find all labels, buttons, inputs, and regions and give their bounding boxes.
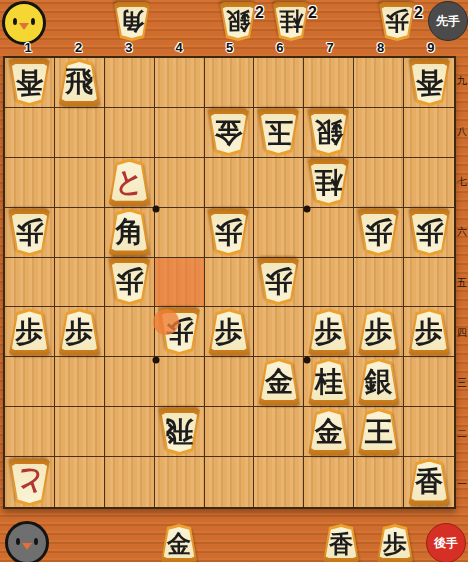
board-square-6九[interactable] [254, 58, 304, 108]
board-square-2八[interactable] [55, 108, 105, 158]
piece-glyph: 角 [107, 209, 152, 256]
piece-glyph: と [7, 459, 52, 506]
piece-glyph: 歩 [256, 258, 301, 305]
piece-glyph: 玉 [256, 109, 301, 156]
board-square-2一[interactable] [55, 457, 105, 507]
piece-glyph: 香 [407, 459, 452, 506]
piece-gote-歩[interactable]: 歩 [7, 308, 52, 355]
board-square-3五[interactable]: 歩 [105, 258, 155, 308]
board-square-5七[interactable] [205, 158, 255, 208]
rank-label-二: 二 [456, 427, 468, 441]
piece-glyph: 金 [159, 524, 199, 562]
board-square-6三[interactable]: 金 [254, 357, 304, 407]
piece-glyph: 歩 [57, 308, 102, 355]
piece-sente-歩[interactable]: 歩 [107, 258, 152, 305]
file-label-5: 5 [220, 40, 240, 55]
board-square-9二[interactable] [404, 407, 454, 457]
file-label-6: 6 [270, 40, 290, 55]
piece-glyph: 歩 [7, 209, 52, 256]
rank-label-一: 一 [456, 477, 468, 491]
piece-glyph: 歩 [306, 308, 351, 355]
piece-gote-角[interactable]: 角 [107, 209, 152, 256]
last-move-marker [153, 309, 179, 335]
piece-glyph: 香 [407, 59, 452, 106]
file-label-3: 3 [119, 40, 139, 55]
board-square-7三[interactable]: 桂 [304, 357, 354, 407]
board-square-6六[interactable] [254, 208, 304, 258]
piece-glyph: 角 [112, 2, 152, 41]
board-square-5四[interactable]: 歩 [205, 307, 255, 357]
board-square-6八[interactable]: 玉 [254, 108, 304, 158]
piece-glyph: 銀 [306, 109, 351, 156]
board-square-8八[interactable] [354, 108, 404, 158]
piece-sente-桂[interactable]: 桂 [271, 2, 311, 41]
board-square-1五[interactable] [5, 258, 55, 308]
board-square-3八[interactable] [105, 108, 155, 158]
board-square-4八[interactable] [155, 108, 205, 158]
board-square-2二[interactable] [55, 407, 105, 457]
board-square-5六[interactable]: 歩 [205, 208, 255, 258]
piece-gote-王[interactable]: 王 [356, 408, 401, 455]
piece-glyph: 歩 [206, 209, 251, 256]
bottom-player-avatar-chick-icon[interactable] [5, 521, 49, 562]
star-point [304, 206, 311, 213]
board-square-7一[interactable] [304, 457, 354, 507]
piece-glyph: 飛 [157, 408, 202, 455]
board-square-8六[interactable]: 歩 [354, 208, 404, 258]
avatar-eye-icon [34, 538, 38, 545]
piece-gote-金[interactable]: 金 [159, 524, 199, 562]
piece-gote-歩[interactable]: 歩 [57, 308, 102, 355]
piece-glyph: 香 [321, 524, 361, 562]
piece-glyph: 金 [206, 109, 251, 156]
piece-glyph: 歩 [7, 308, 52, 355]
piece-gote-歩[interactable]: 歩 [407, 308, 452, 355]
piece-sente-歩[interactable]: 歩 [356, 209, 401, 256]
board-square-2九[interactable]: 飛 [55, 58, 105, 108]
avatar-beak-icon [22, 543, 32, 550]
board-square-7九[interactable] [304, 58, 354, 108]
avatar-eye-icon [31, 18, 35, 25]
sente-badge: 先手 [428, 1, 468, 41]
piece-gote-歩[interactable]: 歩 [306, 308, 351, 355]
file-label-2: 2 [69, 40, 89, 55]
board-square-1六[interactable]: 歩 [5, 208, 55, 258]
star-point [153, 206, 160, 213]
board-square-2七[interactable] [55, 158, 105, 208]
piece-glyph: 香 [7, 59, 52, 106]
hand-piece-count: 2 [255, 4, 264, 22]
board-square-6四[interactable] [254, 307, 304, 357]
piece-gote-銀[interactable]: 銀 [356, 358, 401, 405]
piece-glyph: 歩 [407, 209, 452, 256]
board-square-5八[interactable]: 金 [205, 108, 255, 158]
piece-sente-香[interactable]: 香 [407, 59, 452, 106]
shogi-board: 香飛香金玉銀と桂歩角歩歩歩歩歩歩歩歩歩歩歩歩金桂銀飛金王と香 [3, 56, 456, 509]
board-square-9六[interactable]: 歩 [404, 208, 454, 258]
board-square-5二[interactable] [205, 407, 255, 457]
board-square-2三[interactable] [55, 357, 105, 407]
piece-sente-飛[interactable]: 飛 [157, 408, 202, 455]
board-square-9九[interactable]: 香 [404, 58, 454, 108]
piece-glyph: 王 [356, 408, 401, 455]
board-square-4三[interactable] [155, 357, 205, 407]
rank-label-七: 七 [456, 175, 468, 189]
piece-sente-歩[interactable]: 歩 [407, 209, 452, 256]
piece-sente-玉[interactable]: 玉 [256, 109, 301, 156]
piece-sente-歩[interactable]: 歩 [7, 209, 52, 256]
piece-glyph: 歩 [356, 308, 401, 355]
piece-gote-歩[interactable]: 歩 [206, 308, 251, 355]
board-square-1七[interactable] [5, 158, 55, 208]
board-square-5一[interactable] [205, 457, 255, 507]
piece-glyph: 金 [306, 408, 351, 455]
board-square-7七[interactable]: 桂 [304, 158, 354, 208]
piece-gote-歩[interactable]: 歩 [375, 524, 415, 562]
board-square-2五[interactable] [55, 258, 105, 308]
piece-sente-と[interactable]: と [7, 459, 52, 506]
board-square-1四[interactable]: 歩 [5, 307, 55, 357]
piece-glyph: 金 [256, 358, 301, 405]
board-square-3一[interactable] [105, 457, 155, 507]
board-square-6七[interactable] [254, 158, 304, 208]
board-square-3六[interactable]: 角 [105, 208, 155, 258]
board-square-4一[interactable] [155, 457, 205, 507]
board-square-1三[interactable] [5, 357, 55, 407]
board-square-8七[interactable] [354, 158, 404, 208]
piece-sente-香[interactable]: 香 [7, 59, 52, 106]
piece-gote-香[interactable]: 香 [407, 459, 452, 506]
board-square-1一[interactable]: と [5, 457, 55, 507]
rank-label-四: 四 [456, 326, 468, 340]
board-square-4二[interactable]: 飛 [155, 407, 205, 457]
board-square-5五[interactable] [205, 258, 255, 308]
board-square-3九[interactable] [105, 58, 155, 108]
piece-glyph: 桂 [306, 159, 351, 206]
board-square-3二[interactable] [105, 407, 155, 457]
board-square-1八[interactable] [5, 108, 55, 158]
file-label-8: 8 [371, 40, 391, 55]
piece-glyph: 歩 [356, 209, 401, 256]
file-label-1: 1 [18, 40, 38, 55]
piece-gote-金[interactable]: 金 [306, 408, 351, 455]
shogi-app-screen: 角銀2桂2歩2 先手 123456789 香飛香金玉銀と桂歩角歩歩歩歩歩歩歩歩歩… [0, 0, 468, 562]
piece-glyph: 歩 [206, 308, 251, 355]
board-square-8一[interactable] [354, 457, 404, 507]
board-square-5三[interactable] [205, 357, 255, 407]
avatar-eye-icon [13, 18, 17, 25]
piece-sente-銀[interactable]: 銀 [306, 109, 351, 156]
board-square-9八[interactable] [404, 108, 454, 158]
board-square-3七[interactable]: と [105, 158, 155, 208]
board-square-3四[interactable] [105, 307, 155, 357]
piece-glyph: 銀 [218, 2, 258, 41]
piece-gote-飛[interactable]: 飛 [57, 59, 102, 106]
piece-glyph: 歩 [107, 258, 152, 305]
piece-sente-銀[interactable]: 銀 [218, 2, 258, 41]
avatar-beak-icon [19, 23, 29, 30]
board-square-7二[interactable]: 金 [304, 407, 354, 457]
piece-glyph: 歩 [407, 308, 452, 355]
piece-sente-歩[interactable]: 歩 [377, 2, 417, 41]
piece-gote-歩[interactable]: 歩 [356, 308, 401, 355]
file-label-9: 9 [421, 40, 441, 55]
piece-gote-香[interactable]: 香 [321, 524, 361, 562]
piece-glyph: 桂 [306, 358, 351, 405]
board-square-4七[interactable] [155, 158, 205, 208]
board-square-8四[interactable]: 歩 [354, 307, 404, 357]
gote-badge: 後手 [426, 523, 466, 562]
piece-glyph: 飛 [57, 59, 102, 106]
file-label-4: 4 [169, 40, 189, 55]
board-square-1九[interactable]: 香 [5, 58, 55, 108]
piece-glyph: と [107, 159, 152, 206]
board-square-7六[interactable] [304, 208, 354, 258]
board-square-4五[interactable] [155, 258, 205, 308]
board-square-8二[interactable]: 王 [354, 407, 404, 457]
file-label-7: 7 [320, 40, 340, 55]
board-square-9七[interactable] [404, 158, 454, 208]
piece-sente-金[interactable]: 金 [206, 109, 251, 156]
rank-label-六: 六 [456, 225, 468, 239]
star-point [153, 357, 160, 364]
piece-glyph: 桂 [271, 2, 311, 41]
board-square-4六[interactable] [155, 208, 205, 258]
board-square-7五[interactable] [304, 258, 354, 308]
piece-sente-角[interactable]: 角 [112, 2, 152, 41]
board-square-9三[interactable] [404, 357, 454, 407]
board-square-6五[interactable]: 歩 [254, 258, 304, 308]
rank-label-九: 九 [456, 74, 468, 88]
hand-piece-count: 2 [308, 4, 317, 22]
board-square-8九[interactable] [354, 58, 404, 108]
board-square-1二[interactable] [5, 407, 55, 457]
board-square-5九[interactable] [205, 58, 255, 108]
board-square-6二[interactable] [254, 407, 304, 457]
hand-piece-count: 2 [414, 4, 423, 22]
board-square-8五[interactable] [354, 258, 404, 308]
top-player-avatar-chick-icon[interactable] [2, 1, 46, 45]
board-square-8三[interactable]: 銀 [354, 357, 404, 407]
board-square-3三[interactable] [105, 357, 155, 407]
piece-gote-と[interactable]: と [107, 159, 152, 206]
avatar-eye-icon [16, 538, 20, 545]
rank-label-三: 三 [456, 376, 468, 390]
piece-sente-桂[interactable]: 桂 [306, 159, 351, 206]
board-square-9五[interactable] [404, 258, 454, 308]
board-square-7八[interactable]: 銀 [304, 108, 354, 158]
piece-gote-金[interactable]: 金 [256, 358, 301, 405]
board-square-6一[interactable] [254, 457, 304, 507]
board-square-9四[interactable]: 歩 [404, 307, 454, 357]
piece-sente-歩[interactable]: 歩 [206, 209, 251, 256]
piece-sente-歩[interactable]: 歩 [256, 258, 301, 305]
board-square-9一[interactable]: 香 [404, 457, 454, 507]
piece-glyph: 歩 [375, 524, 415, 562]
piece-glyph: 歩 [377, 2, 417, 41]
board-square-7四[interactable]: 歩 [304, 307, 354, 357]
piece-glyph: 銀 [356, 358, 401, 405]
board-square-2四[interactable]: 歩 [55, 307, 105, 357]
piece-gote-桂[interactable]: 桂 [306, 358, 351, 405]
rank-label-五: 五 [456, 276, 468, 290]
star-point [304, 357, 311, 364]
rank-label-八: 八 [456, 125, 468, 139]
board-square-4九[interactable] [155, 58, 205, 108]
board-square-2六[interactable] [55, 208, 105, 258]
